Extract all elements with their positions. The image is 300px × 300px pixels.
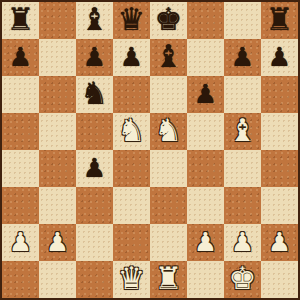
square-f1[interactable] xyxy=(187,261,224,298)
white-bishop-g5: ♝ xyxy=(229,115,257,146)
square-a2[interactable]: ♟ xyxy=(2,224,39,261)
white-knight-d5: ♞ xyxy=(118,115,146,146)
square-h8[interactable]: ♜ xyxy=(261,2,298,39)
black-rook-h8: ♜ xyxy=(266,4,294,35)
black-pawn-g7: ♟ xyxy=(231,44,254,70)
square-d7[interactable]: ♟ xyxy=(113,39,150,76)
square-d4[interactable] xyxy=(113,150,150,187)
square-c6[interactable]: ♞ xyxy=(76,76,113,113)
square-e4[interactable] xyxy=(150,150,187,187)
square-c7[interactable]: ♟ xyxy=(76,39,113,76)
black-bishop-e7: ♝ xyxy=(155,41,183,72)
square-g3[interactable] xyxy=(224,187,261,224)
white-pawn-b2: ♟ xyxy=(46,229,69,255)
black-knight-c6: ♞ xyxy=(81,78,109,109)
square-e3[interactable] xyxy=(150,187,187,224)
square-e5[interactable]: ♞ xyxy=(150,113,187,150)
white-queen-d1: ♛ xyxy=(118,263,146,294)
white-pawn-a2: ♟ xyxy=(9,229,32,255)
square-b1[interactable] xyxy=(39,261,76,298)
square-g2[interactable]: ♟ xyxy=(224,224,261,261)
square-f3[interactable] xyxy=(187,187,224,224)
black-pawn-h7: ♟ xyxy=(268,44,291,70)
square-c5[interactable] xyxy=(76,113,113,150)
black-queen-d8: ♛ xyxy=(118,4,146,35)
square-d6[interactable] xyxy=(113,76,150,113)
white-rook-e1: ♜ xyxy=(155,263,183,294)
square-g8[interactable] xyxy=(224,2,261,39)
square-c8[interactable]: ♝ xyxy=(76,2,113,39)
square-f4[interactable] xyxy=(187,150,224,187)
square-b2[interactable]: ♟ xyxy=(39,224,76,261)
white-pawn-h2: ♟ xyxy=(268,229,291,255)
black-pawn-a7: ♟ xyxy=(9,44,32,70)
square-f8[interactable] xyxy=(187,2,224,39)
square-c3[interactable] xyxy=(76,187,113,224)
square-h7[interactable]: ♟ xyxy=(261,39,298,76)
square-a7[interactable]: ♟ xyxy=(2,39,39,76)
white-knight-e5: ♞ xyxy=(155,115,183,146)
square-h4[interactable] xyxy=(261,150,298,187)
chess-board: ♜♝♛♚♜♟♟♟♝♟♟♞♟♞♞♝♟♟♟♟♟♟♛♜♚ xyxy=(2,2,298,298)
black-king-e8: ♚ xyxy=(155,4,183,35)
square-d5[interactable]: ♞ xyxy=(113,113,150,150)
white-pawn-f2: ♟ xyxy=(194,229,217,255)
square-d3[interactable] xyxy=(113,187,150,224)
square-f5[interactable] xyxy=(187,113,224,150)
white-pawn-g2: ♟ xyxy=(231,229,254,255)
square-a3[interactable] xyxy=(2,187,39,224)
square-e1[interactable]: ♜ xyxy=(150,261,187,298)
square-c4[interactable]: ♟ xyxy=(76,150,113,187)
square-e6[interactable] xyxy=(150,76,187,113)
square-h3[interactable] xyxy=(261,187,298,224)
square-b8[interactable] xyxy=(39,2,76,39)
square-h5[interactable] xyxy=(261,113,298,150)
square-a6[interactable] xyxy=(2,76,39,113)
square-a5[interactable] xyxy=(2,113,39,150)
square-g6[interactable] xyxy=(224,76,261,113)
square-h6[interactable] xyxy=(261,76,298,113)
square-b6[interactable] xyxy=(39,76,76,113)
square-f2[interactable]: ♟ xyxy=(187,224,224,261)
square-d8[interactable]: ♛ xyxy=(113,2,150,39)
black-pawn-d7: ♟ xyxy=(120,44,143,70)
square-d2[interactable] xyxy=(113,224,150,261)
square-b3[interactable] xyxy=(39,187,76,224)
square-b7[interactable] xyxy=(39,39,76,76)
black-pawn-c4: ♟ xyxy=(83,155,106,181)
square-b4[interactable] xyxy=(39,150,76,187)
square-e2[interactable] xyxy=(150,224,187,261)
square-h2[interactable]: ♟ xyxy=(261,224,298,261)
square-g7[interactable]: ♟ xyxy=(224,39,261,76)
white-king-g1: ♚ xyxy=(229,263,257,294)
square-g4[interactable] xyxy=(224,150,261,187)
black-bishop-c8: ♝ xyxy=(81,4,109,35)
square-d1[interactable]: ♛ xyxy=(113,261,150,298)
square-a8[interactable]: ♜ xyxy=(2,2,39,39)
square-c2[interactable] xyxy=(76,224,113,261)
square-e7[interactable]: ♝ xyxy=(150,39,187,76)
square-e8[interactable]: ♚ xyxy=(150,2,187,39)
square-b5[interactable] xyxy=(39,113,76,150)
black-rook-a8: ♜ xyxy=(7,4,35,35)
chess-board-frame: ♜♝♛♚♜♟♟♟♝♟♟♞♟♞♞♝♟♟♟♟♟♟♛♜♚ xyxy=(0,0,300,300)
square-c1[interactable] xyxy=(76,261,113,298)
black-pawn-f6: ♟ xyxy=(194,81,217,107)
square-a1[interactable] xyxy=(2,261,39,298)
square-g5[interactable]: ♝ xyxy=(224,113,261,150)
square-g1[interactable]: ♚ xyxy=(224,261,261,298)
square-f6[interactable]: ♟ xyxy=(187,76,224,113)
square-a4[interactable] xyxy=(2,150,39,187)
square-h1[interactable] xyxy=(261,261,298,298)
square-f7[interactable] xyxy=(187,39,224,76)
black-pawn-c7: ♟ xyxy=(83,44,106,70)
